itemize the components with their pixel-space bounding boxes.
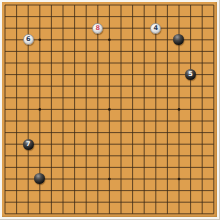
intersection[interactable]	[22, 196, 34, 208]
intersection[interactable]	[80, 162, 92, 174]
intersection[interactable]	[22, 127, 34, 139]
intersection[interactable]	[138, 185, 150, 197]
intersection[interactable]	[138, 104, 150, 116]
intersection[interactable]: 5	[185, 69, 197, 81]
intersection[interactable]	[92, 104, 104, 116]
intersection[interactable]	[196, 46, 208, 58]
intersection[interactable]	[208, 150, 217, 162]
intersection[interactable]	[173, 69, 185, 81]
intersection[interactable]	[2, 46, 11, 58]
intersection[interactable]	[138, 115, 150, 127]
intersection[interactable]	[34, 150, 46, 162]
intersection[interactable]	[80, 115, 92, 127]
intersection[interactable]	[46, 162, 58, 174]
intersection[interactable]	[150, 127, 162, 139]
intersection[interactable]	[57, 22, 69, 34]
intersection[interactable]	[185, 2, 197, 11]
intersection[interactable]	[57, 185, 69, 197]
intersection[interactable]	[11, 208, 23, 217]
intersection[interactable]	[127, 34, 139, 46]
intersection[interactable]	[11, 185, 23, 197]
intersection[interactable]	[127, 138, 139, 150]
intersection[interactable]	[196, 150, 208, 162]
intersection[interactable]	[138, 208, 150, 217]
intersection[interactable]	[162, 115, 174, 127]
intersection[interactable]	[115, 22, 127, 34]
intersection[interactable]	[11, 46, 23, 58]
intersection[interactable]	[22, 69, 34, 81]
intersection[interactable]	[69, 11, 81, 23]
intersection[interactable]	[92, 57, 104, 69]
intersection[interactable]	[80, 92, 92, 104]
intersection[interactable]	[92, 196, 104, 208]
intersection[interactable]	[46, 173, 58, 185]
intersection[interactable]	[34, 57, 46, 69]
intersection[interactable]	[80, 11, 92, 23]
intersection[interactable]	[115, 104, 127, 116]
intersection[interactable]	[185, 127, 197, 139]
intersection[interactable]	[196, 57, 208, 69]
intersection[interactable]	[138, 173, 150, 185]
intersection[interactable]	[150, 57, 162, 69]
intersection[interactable]	[34, 115, 46, 127]
intersection[interactable]	[92, 185, 104, 197]
intersection[interactable]	[185, 138, 197, 150]
intersection[interactable]	[57, 34, 69, 46]
intersection[interactable]	[185, 162, 197, 174]
intersection[interactable]	[173, 22, 185, 34]
intersection[interactable]	[138, 150, 150, 162]
intersection[interactable]: 6	[22, 34, 34, 46]
intersection[interactable]	[22, 185, 34, 197]
intersection[interactable]	[92, 150, 104, 162]
intersection[interactable]	[173, 208, 185, 217]
intersection[interactable]	[22, 80, 34, 92]
intersection[interactable]	[34, 185, 46, 197]
intersection[interactable]	[2, 185, 11, 197]
intersection[interactable]	[138, 34, 150, 46]
intersection[interactable]	[11, 138, 23, 150]
intersection[interactable]	[2, 11, 11, 23]
intersection[interactable]	[34, 127, 46, 139]
intersection[interactable]	[127, 196, 139, 208]
intersection[interactable]	[80, 185, 92, 197]
intersection[interactable]	[11, 22, 23, 34]
intersection[interactable]	[2, 138, 11, 150]
intersection[interactable]	[208, 11, 217, 23]
intersection[interactable]	[69, 127, 81, 139]
intersection[interactable]	[80, 173, 92, 185]
intersection[interactable]	[208, 185, 217, 197]
intersection[interactable]	[127, 115, 139, 127]
intersection[interactable]	[150, 185, 162, 197]
intersection[interactable]	[138, 22, 150, 34]
intersection[interactable]	[138, 127, 150, 139]
intersection[interactable]	[173, 196, 185, 208]
intersection[interactable]	[104, 22, 116, 34]
intersection[interactable]	[115, 138, 127, 150]
intersection[interactable]	[2, 34, 11, 46]
black-stone[interactable]: 7	[23, 139, 34, 150]
black-stone[interactable]: 5	[185, 69, 196, 80]
intersection[interactable]	[34, 208, 46, 217]
intersection[interactable]	[173, 92, 185, 104]
intersection[interactable]	[104, 173, 116, 185]
intersection[interactable]	[46, 138, 58, 150]
intersection[interactable]	[46, 46, 58, 58]
intersection[interactable]	[11, 80, 23, 92]
intersection[interactable]	[138, 80, 150, 92]
intersection[interactable]	[127, 57, 139, 69]
intersection[interactable]	[162, 2, 174, 11]
intersection[interactable]	[57, 115, 69, 127]
intersection[interactable]	[162, 150, 174, 162]
intersection[interactable]	[57, 162, 69, 174]
intersection[interactable]	[80, 69, 92, 81]
intersection[interactable]	[150, 92, 162, 104]
intersection[interactable]	[104, 208, 116, 217]
intersection[interactable]	[115, 57, 127, 69]
intersection[interactable]	[115, 127, 127, 139]
intersection[interactable]	[115, 162, 127, 174]
intersection[interactable]	[185, 34, 197, 46]
intersection[interactable]	[22, 115, 34, 127]
intersection[interactable]	[34, 162, 46, 174]
intersection[interactable]	[80, 80, 92, 92]
intersection[interactable]	[57, 208, 69, 217]
intersection[interactable]	[2, 196, 11, 208]
intersection[interactable]	[2, 69, 11, 81]
intersection[interactable]	[80, 46, 92, 58]
intersection[interactable]	[150, 173, 162, 185]
black-stone[interactable]	[34, 173, 45, 184]
intersection[interactable]	[208, 46, 217, 58]
intersection[interactable]	[92, 173, 104, 185]
intersection[interactable]	[196, 173, 208, 185]
intersection[interactable]	[11, 69, 23, 81]
intersection[interactable]	[57, 150, 69, 162]
intersection[interactable]	[150, 162, 162, 174]
intersection[interactable]	[127, 2, 139, 11]
intersection[interactable]	[92, 127, 104, 139]
intersection[interactable]	[208, 196, 217, 208]
intersection[interactable]	[185, 57, 197, 69]
intersection[interactable]	[2, 2, 11, 11]
intersection[interactable]	[173, 104, 185, 116]
intersection[interactable]	[150, 34, 162, 46]
black-stone[interactable]	[173, 34, 184, 45]
intersection[interactable]	[162, 92, 174, 104]
intersection[interactable]	[138, 2, 150, 11]
intersection[interactable]	[69, 34, 81, 46]
intersection[interactable]	[162, 127, 174, 139]
intersection[interactable]	[57, 80, 69, 92]
intersection[interactable]	[150, 11, 162, 23]
intersection[interactable]	[69, 185, 81, 197]
intersection[interactable]	[46, 115, 58, 127]
intersection[interactable]	[162, 196, 174, 208]
intersection[interactable]	[80, 34, 92, 46]
intersection[interactable]	[104, 196, 116, 208]
intersection[interactable]	[34, 69, 46, 81]
intersection[interactable]	[2, 57, 11, 69]
intersection[interactable]	[34, 173, 46, 185]
intersection[interactable]	[57, 196, 69, 208]
intersection[interactable]	[22, 208, 34, 217]
intersection[interactable]	[173, 115, 185, 127]
intersection[interactable]	[69, 69, 81, 81]
intersection[interactable]	[115, 115, 127, 127]
intersection[interactable]	[208, 104, 217, 116]
intersection[interactable]	[57, 104, 69, 116]
intersection[interactable]	[69, 208, 81, 217]
intersection[interactable]	[46, 34, 58, 46]
intersection[interactable]	[208, 162, 217, 174]
intersection[interactable]	[150, 138, 162, 150]
intersection[interactable]	[173, 57, 185, 69]
intersection[interactable]	[196, 138, 208, 150]
intersection[interactable]	[46, 127, 58, 139]
intersection[interactable]	[208, 69, 217, 81]
intersection[interactable]: 4	[150, 22, 162, 34]
intersection[interactable]	[22, 162, 34, 174]
intersection[interactable]	[127, 127, 139, 139]
intersection[interactable]	[208, 127, 217, 139]
intersection[interactable]	[208, 92, 217, 104]
intersection[interactable]	[196, 92, 208, 104]
intersection[interactable]	[11, 34, 23, 46]
intersection[interactable]	[34, 46, 46, 58]
intersection[interactable]	[196, 69, 208, 81]
intersection[interactable]	[46, 80, 58, 92]
intersection[interactable]	[127, 22, 139, 34]
intersection[interactable]	[115, 150, 127, 162]
white-stone[interactable]: 4	[150, 23, 161, 34]
intersection[interactable]	[69, 80, 81, 92]
intersection[interactable]	[185, 185, 197, 197]
intersection[interactable]	[22, 46, 34, 58]
intersection[interactable]	[127, 104, 139, 116]
intersection[interactable]	[115, 208, 127, 217]
intersection[interactable]	[46, 150, 58, 162]
intersection[interactable]	[208, 80, 217, 92]
intersection[interactable]	[11, 11, 23, 23]
intersection[interactable]	[57, 173, 69, 185]
intersection[interactable]	[104, 185, 116, 197]
intersection[interactable]	[185, 92, 197, 104]
intersection[interactable]	[92, 80, 104, 92]
intersection[interactable]	[11, 173, 23, 185]
intersection[interactable]	[92, 115, 104, 127]
intersection[interactable]	[69, 57, 81, 69]
intersection[interactable]	[92, 138, 104, 150]
intersection[interactable]	[92, 2, 104, 11]
intersection[interactable]	[69, 104, 81, 116]
intersection[interactable]	[104, 92, 116, 104]
intersection[interactable]	[92, 208, 104, 217]
intersection[interactable]	[22, 150, 34, 162]
intersection[interactable]	[115, 92, 127, 104]
intersection[interactable]	[150, 196, 162, 208]
intersection[interactable]	[34, 11, 46, 23]
intersection[interactable]	[127, 162, 139, 174]
intersection[interactable]	[115, 185, 127, 197]
intersection[interactable]	[115, 173, 127, 185]
intersection[interactable]	[173, 80, 185, 92]
intersection[interactable]	[173, 2, 185, 11]
intersection[interactable]	[80, 208, 92, 217]
intersection[interactable]	[104, 162, 116, 174]
intersection[interactable]	[57, 69, 69, 81]
intersection[interactable]	[11, 2, 23, 11]
intersection[interactable]	[57, 11, 69, 23]
intersection[interactable]	[69, 115, 81, 127]
intersection[interactable]	[162, 80, 174, 92]
intersection[interactable]	[104, 11, 116, 23]
intersection[interactable]	[46, 57, 58, 69]
intersection[interactable]	[2, 115, 11, 127]
intersection[interactable]	[46, 2, 58, 11]
intersection[interactable]	[162, 69, 174, 81]
intersection[interactable]	[115, 196, 127, 208]
intersection[interactable]	[150, 69, 162, 81]
intersection[interactable]	[104, 34, 116, 46]
intersection[interactable]	[46, 104, 58, 116]
intersection[interactable]	[196, 162, 208, 174]
intersection[interactable]	[69, 2, 81, 11]
intersection[interactable]	[185, 22, 197, 34]
intersection[interactable]	[22, 2, 34, 11]
intersection[interactable]	[127, 80, 139, 92]
intersection[interactable]	[196, 22, 208, 34]
intersection[interactable]	[46, 69, 58, 81]
intersection[interactable]	[127, 185, 139, 197]
intersection[interactable]	[196, 80, 208, 92]
intersection[interactable]	[196, 115, 208, 127]
intersection[interactable]	[162, 57, 174, 69]
intersection[interactable]	[69, 162, 81, 174]
intersection[interactable]	[185, 173, 197, 185]
intersection[interactable]	[162, 162, 174, 174]
intersection[interactable]	[127, 208, 139, 217]
intersection[interactable]	[150, 104, 162, 116]
intersection[interactable]	[69, 196, 81, 208]
intersection[interactable]	[80, 138, 92, 150]
intersection[interactable]	[11, 57, 23, 69]
intersection[interactable]: 7	[22, 138, 34, 150]
intersection[interactable]	[115, 80, 127, 92]
intersection[interactable]	[11, 150, 23, 162]
white-stone[interactable]: 6	[23, 34, 34, 45]
intersection[interactable]	[196, 208, 208, 217]
intersection[interactable]	[34, 22, 46, 34]
intersection[interactable]	[208, 57, 217, 69]
intersection[interactable]	[127, 173, 139, 185]
intersection[interactable]	[104, 115, 116, 127]
intersection[interactable]	[173, 138, 185, 150]
intersection[interactable]	[2, 92, 11, 104]
intersection[interactable]	[57, 138, 69, 150]
intersection[interactable]	[2, 22, 11, 34]
intersection[interactable]	[138, 11, 150, 23]
intersection[interactable]	[162, 173, 174, 185]
intersection[interactable]	[138, 138, 150, 150]
intersection[interactable]	[104, 80, 116, 92]
intersection[interactable]	[80, 127, 92, 139]
intersection[interactable]	[185, 46, 197, 58]
intersection[interactable]	[46, 208, 58, 217]
intersection[interactable]	[22, 22, 34, 34]
intersection[interactable]	[11, 115, 23, 127]
white-stone[interactable]: 8	[92, 23, 103, 34]
intersection[interactable]	[208, 115, 217, 127]
intersection[interactable]	[104, 46, 116, 58]
intersection[interactable]	[11, 162, 23, 174]
intersection[interactable]	[196, 104, 208, 116]
intersection[interactable]	[69, 22, 81, 34]
intersection[interactable]	[127, 69, 139, 81]
intersection[interactable]	[150, 2, 162, 11]
intersection[interactable]	[69, 138, 81, 150]
intersection[interactable]	[2, 104, 11, 116]
intersection[interactable]	[34, 138, 46, 150]
intersection[interactable]	[185, 11, 197, 23]
intersection[interactable]	[104, 138, 116, 150]
intersection[interactable]	[104, 150, 116, 162]
intersection[interactable]	[34, 80, 46, 92]
intersection[interactable]	[138, 92, 150, 104]
intersection[interactable]	[11, 104, 23, 116]
intersection[interactable]	[22, 104, 34, 116]
intersection[interactable]	[46, 196, 58, 208]
intersection[interactable]	[162, 46, 174, 58]
intersection[interactable]	[2, 208, 11, 217]
intersection[interactable]	[162, 34, 174, 46]
intersection[interactable]	[208, 138, 217, 150]
intersection[interactable]	[208, 22, 217, 34]
intersection[interactable]	[162, 11, 174, 23]
intersection[interactable]	[22, 57, 34, 69]
intersection[interactable]	[196, 11, 208, 23]
intersection[interactable]	[150, 115, 162, 127]
intersection[interactable]	[208, 173, 217, 185]
intersection[interactable]	[173, 11, 185, 23]
intersection[interactable]	[173, 162, 185, 174]
intersection[interactable]	[104, 2, 116, 11]
intersection[interactable]	[173, 185, 185, 197]
intersection[interactable]	[115, 34, 127, 46]
intersection[interactable]	[185, 80, 197, 92]
intersection[interactable]	[80, 2, 92, 11]
intersection[interactable]	[173, 127, 185, 139]
intersection[interactable]	[92, 11, 104, 23]
intersection[interactable]	[34, 104, 46, 116]
intersection[interactable]	[208, 2, 217, 11]
intersection[interactable]	[162, 208, 174, 217]
intersection[interactable]	[162, 138, 174, 150]
intersection[interactable]	[162, 22, 174, 34]
intersection[interactable]	[80, 22, 92, 34]
intersection[interactable]	[138, 57, 150, 69]
intersection[interactable]	[34, 34, 46, 46]
intersection[interactable]	[138, 69, 150, 81]
intersection[interactable]	[11, 196, 23, 208]
intersection[interactable]	[11, 127, 23, 139]
intersection[interactable]	[138, 196, 150, 208]
intersection[interactable]	[173, 34, 185, 46]
intersection[interactable]	[80, 57, 92, 69]
intersection[interactable]	[185, 104, 197, 116]
